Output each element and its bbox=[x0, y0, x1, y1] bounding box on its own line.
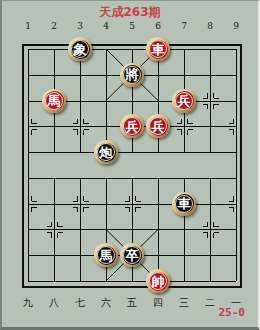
piece-glyph: 將 bbox=[126, 68, 139, 81]
piece-glyph: 兵 bbox=[152, 120, 165, 133]
xiangqi-app-window: 天成263期 123456789 象車將馬兵兵兵炮車馬卒帥 九八七六五四三二一 … bbox=[0, 0, 260, 330]
piece-black-將[interactable]: 將 bbox=[120, 63, 144, 87]
file-label-bottom: 六 bbox=[101, 296, 111, 310]
piece-red-兵[interactable]: 兵 bbox=[120, 114, 144, 138]
piece-glyph: 炮 bbox=[100, 146, 113, 159]
piece-face: 車 bbox=[175, 194, 194, 213]
file-label-bottom: 二 bbox=[205, 296, 215, 310]
piece-face: 車 bbox=[149, 40, 168, 59]
file-label-bottom: 八 bbox=[49, 296, 59, 310]
piece-glyph: 兵 bbox=[178, 94, 191, 107]
file-label-bottom: 七 bbox=[75, 296, 85, 310]
score-counter: 25-0 bbox=[219, 306, 246, 319]
piece-face: 將 bbox=[123, 65, 142, 84]
file-label-bottom: 五 bbox=[127, 296, 137, 310]
piece-glyph: 卒 bbox=[126, 249, 139, 262]
piece-red-帥[interactable]: 帥 bbox=[146, 269, 170, 293]
piece-red-車[interactable]: 車 bbox=[146, 37, 170, 61]
piece-face: 馬 bbox=[45, 91, 64, 110]
piece-face: 象 bbox=[71, 40, 90, 59]
piece-glyph: 帥 bbox=[152, 275, 165, 288]
piece-face: 馬 bbox=[97, 246, 116, 265]
piece-red-馬[interactable]: 馬 bbox=[42, 89, 66, 113]
file-label-bottom: 四 bbox=[153, 296, 163, 310]
piece-black-車[interactable]: 車 bbox=[172, 192, 196, 216]
piece-face: 卒 bbox=[123, 246, 142, 265]
piece-face: 炮 bbox=[97, 143, 116, 162]
piece-red-兵[interactable]: 兵 bbox=[146, 114, 170, 138]
file-label-bottom: 三 bbox=[179, 296, 189, 310]
piece-glyph: 車 bbox=[178, 197, 191, 210]
piece-glyph: 車 bbox=[152, 43, 165, 56]
piece-glyph: 象 bbox=[74, 43, 87, 56]
piece-black-炮[interactable]: 炮 bbox=[94, 140, 118, 164]
piece-face: 帥 bbox=[149, 272, 168, 291]
piece-glyph: 兵 bbox=[126, 120, 139, 133]
piece-red-兵[interactable]: 兵 bbox=[172, 89, 196, 113]
piece-face: 兵 bbox=[123, 117, 142, 136]
file-label-bottom: 九 bbox=[23, 296, 33, 310]
piece-glyph: 馬 bbox=[100, 249, 113, 262]
piece-glyph: 馬 bbox=[48, 94, 61, 107]
piece-face: 兵 bbox=[149, 117, 168, 136]
piece-black-卒[interactable]: 卒 bbox=[120, 243, 144, 267]
piece-black-象[interactable]: 象 bbox=[68, 37, 92, 61]
piece-black-馬[interactable]: 馬 bbox=[94, 243, 118, 267]
piece-face: 兵 bbox=[175, 91, 194, 110]
pieces-layer: 象車將馬兵兵兵炮車馬卒帥 bbox=[2, 1, 258, 327]
